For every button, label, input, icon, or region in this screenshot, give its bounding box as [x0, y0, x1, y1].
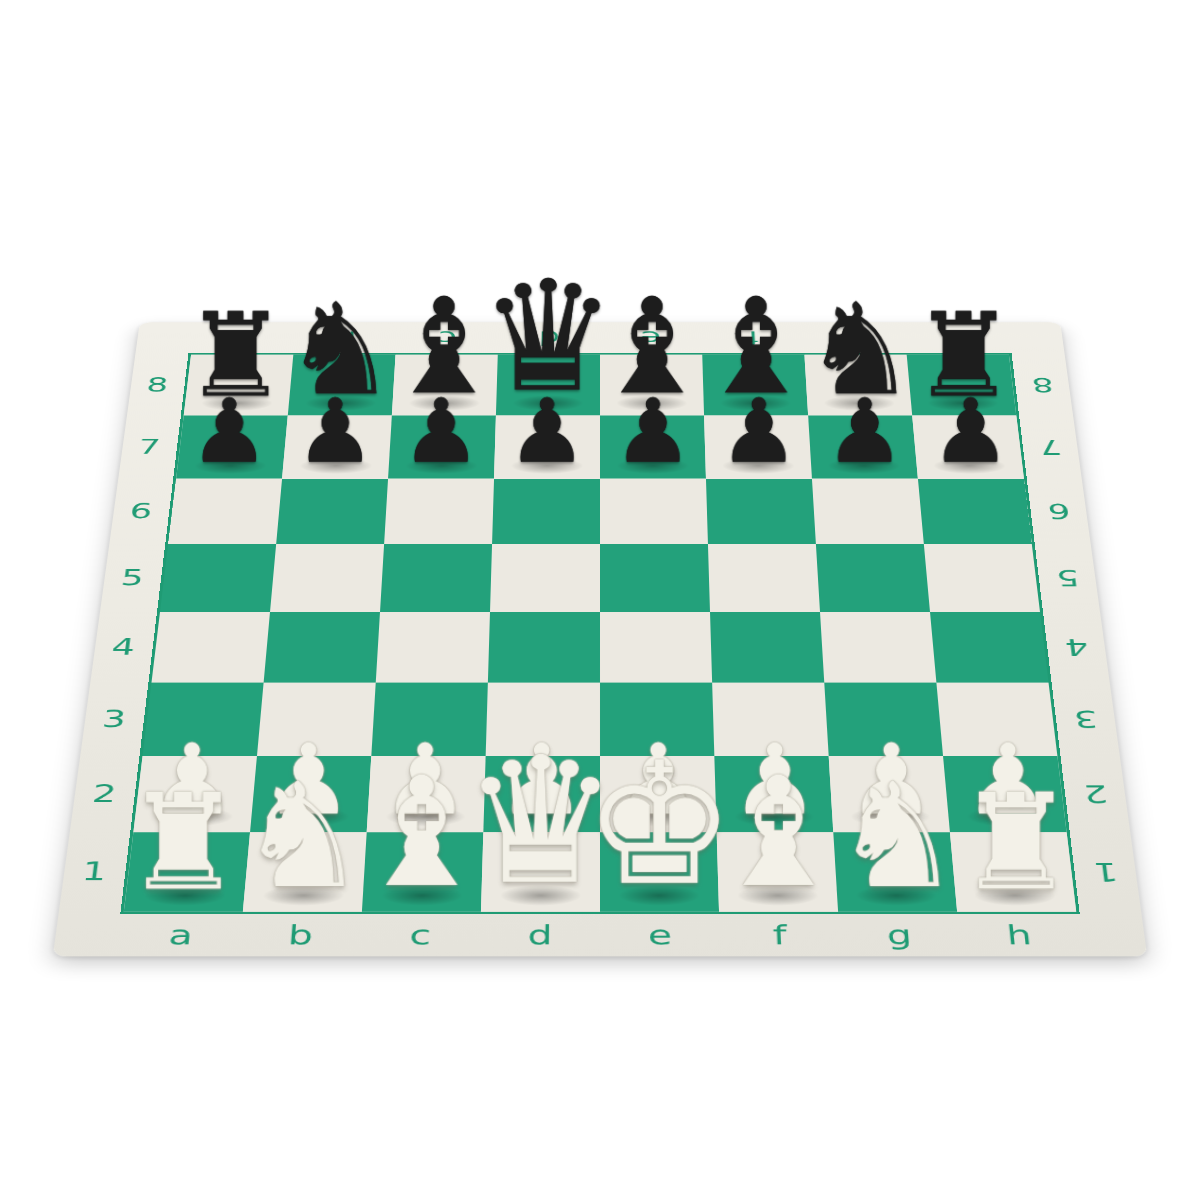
square-e1[interactable]: ♚: [600, 832, 719, 911]
square-a4[interactable]: [151, 612, 270, 683]
piece-black-pawn-c7[interactable]: ♟: [401, 388, 480, 477]
piece-black-pawn-b7[interactable]: ♟: [296, 388, 375, 477]
file-label-d: d: [480, 918, 600, 954]
square-b5[interactable]: [270, 544, 384, 612]
chessboard-3d-wrap: abcdefgh abcdefgh 87654321 87654321 ♜♞♝♛…: [53, 322, 1148, 956]
file-label-g: g: [838, 918, 960, 954]
square-h1[interactable]: ♜: [950, 832, 1076, 911]
square-g4[interactable]: [820, 612, 936, 683]
square-g5[interactable]: [816, 544, 930, 612]
square-h6[interactable]: [918, 479, 1032, 544]
piece-black-pawn-g7[interactable]: ♟: [825, 388, 904, 477]
piece-black-pawn-d7[interactable]: ♟: [507, 388, 586, 477]
vinyl-chess-mat: abcdefgh abcdefgh 87654321 87654321 ♜♞♝♛…: [53, 322, 1148, 956]
square-f7[interactable]: ♟: [704, 416, 812, 479]
square-d5[interactable]: [490, 544, 600, 612]
rank-label-8: 8: [1018, 355, 1067, 416]
rank-label-2: 2: [1068, 756, 1124, 832]
rank-label-5: 5: [106, 544, 158, 612]
square-f1[interactable]: ♝: [717, 832, 838, 911]
file-label-c: c: [359, 918, 480, 954]
rank-label-3: 3: [1059, 683, 1114, 756]
square-a7[interactable]: ♟: [176, 416, 288, 479]
square-e6[interactable]: [600, 479, 708, 544]
piece-black-pawn-f7[interactable]: ♟: [719, 388, 798, 477]
piece-white-rook-h1[interactable]: ♜: [957, 777, 1075, 909]
rank-label-6: 6: [1034, 479, 1085, 544]
square-d7[interactable]: ♟: [494, 416, 600, 479]
rank-label-1: 1: [65, 832, 122, 911]
rank-label-4: 4: [1050, 612, 1104, 683]
rank-label-4: 4: [96, 612, 150, 683]
file-label-b: b: [239, 918, 361, 954]
square-e5[interactable]: [600, 544, 710, 612]
piece-white-knight-g1[interactable]: ♞: [832, 764, 962, 909]
square-h5[interactable]: [924, 544, 1040, 612]
square-d6[interactable]: [492, 479, 600, 544]
square-b4[interactable]: [264, 612, 380, 683]
rank-label-7: 7: [1026, 416, 1076, 479]
file-label-e: e: [600, 918, 720, 954]
piece-white-bishop-f1[interactable]: ♝: [711, 757, 847, 908]
square-c4[interactable]: [376, 612, 490, 683]
file-labels-bottom: abcdefgh: [119, 918, 1081, 954]
square-b6[interactable]: [276, 479, 388, 544]
product-photo-scene: abcdefgh abcdefgh 87654321 87654321 ♜♞♝♛…: [0, 0, 1200, 1200]
board-grid: ♜♞♝♛♝♝♞♜♟♟♟♟♟♟♟♟♟♟♟♟♟♟♟♟♜♞♝♛♚♝♞♜: [120, 353, 1079, 914]
rank-label-5: 5: [1042, 544, 1094, 612]
file-label-a: a: [119, 918, 243, 954]
square-h7[interactable]: ♟: [912, 416, 1024, 479]
square-a5[interactable]: [160, 544, 276, 612]
piece-black-pawn-e7[interactable]: ♟: [613, 388, 692, 477]
square-a6[interactable]: [168, 479, 282, 544]
square-d4[interactable]: [488, 612, 600, 683]
square-c5[interactable]: [380, 544, 492, 612]
piece-black-pawn-a7[interactable]: ♟: [190, 388, 269, 477]
square-b1[interactable]: ♞: [243, 832, 367, 911]
square-f5[interactable]: [708, 544, 820, 612]
piece-white-knight-b1[interactable]: ♞: [238, 764, 368, 909]
square-h4[interactable]: [930, 612, 1049, 683]
rank-label-1: 1: [1077, 832, 1134, 911]
square-a1[interactable]: ♜: [124, 832, 250, 911]
rank-label-3: 3: [86, 683, 141, 756]
square-f6[interactable]: [706, 479, 816, 544]
file-label-f: f: [719, 918, 840, 954]
square-c6[interactable]: [384, 479, 494, 544]
rank-label-6: 6: [115, 479, 166, 544]
piece-black-pawn-h7[interactable]: ♟: [931, 388, 1010, 477]
square-g7[interactable]: ♟: [808, 416, 918, 479]
square-e4[interactable]: [600, 612, 712, 683]
square-b7[interactable]: ♟: [282, 416, 392, 479]
rank-label-7: 7: [124, 416, 174, 479]
square-g6[interactable]: [812, 479, 924, 544]
file-label-h: h: [958, 918, 1082, 954]
square-c7[interactable]: ♟: [388, 416, 496, 479]
square-g1[interactable]: ♞: [833, 832, 957, 911]
rank-label-8: 8: [133, 355, 182, 416]
square-f4[interactable]: [710, 612, 824, 683]
piece-white-rook-a1[interactable]: ♜: [125, 777, 243, 909]
square-d1[interactable]: ♛: [481, 832, 600, 911]
square-e7[interactable]: ♟: [600, 416, 706, 479]
